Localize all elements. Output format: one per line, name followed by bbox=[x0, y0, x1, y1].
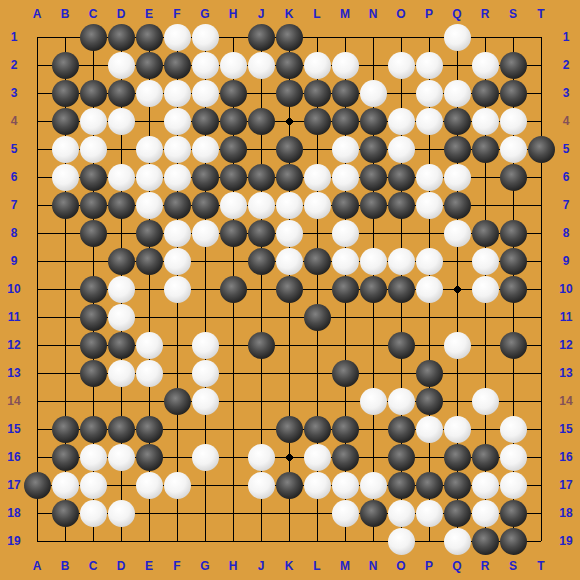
stone-white bbox=[52, 136, 79, 163]
row-label-right: 18 bbox=[559, 506, 572, 520]
row-label-right: 7 bbox=[563, 198, 570, 212]
stone-white bbox=[164, 108, 191, 135]
stone-white bbox=[108, 500, 135, 527]
row-label-right: 2 bbox=[563, 58, 570, 72]
col-label-top: L bbox=[313, 7, 320, 21]
stone-white bbox=[192, 52, 219, 79]
stone-black bbox=[108, 80, 135, 107]
stone-black bbox=[472, 528, 499, 555]
stone-black bbox=[388, 164, 415, 191]
stone-black bbox=[80, 24, 107, 51]
stone-white bbox=[500, 444, 527, 471]
stone-black bbox=[332, 360, 359, 387]
stone-white bbox=[136, 80, 163, 107]
stone-black bbox=[388, 332, 415, 359]
stone-white bbox=[248, 472, 275, 499]
stone-white bbox=[136, 360, 163, 387]
stone-white bbox=[220, 192, 247, 219]
stone-black bbox=[304, 416, 331, 443]
stone-white bbox=[108, 52, 135, 79]
row-label-right: 1 bbox=[563, 30, 570, 44]
stone-black bbox=[136, 248, 163, 275]
stone-white bbox=[108, 304, 135, 331]
stone-white bbox=[192, 332, 219, 359]
stone-black bbox=[444, 472, 471, 499]
stone-white bbox=[500, 472, 527, 499]
stone-black bbox=[416, 360, 443, 387]
row-label-right: 12 bbox=[559, 338, 572, 352]
stone-white bbox=[276, 248, 303, 275]
stone-white bbox=[444, 220, 471, 247]
col-label-top: G bbox=[200, 7, 209, 21]
stone-black bbox=[472, 444, 499, 471]
stone-black bbox=[52, 500, 79, 527]
stone-white bbox=[388, 500, 415, 527]
stone-white bbox=[192, 444, 219, 471]
stone-white bbox=[416, 164, 443, 191]
stone-black bbox=[444, 192, 471, 219]
stone-black bbox=[248, 164, 275, 191]
col-label-bottom: L bbox=[313, 559, 320, 573]
col-label-top: Q bbox=[452, 7, 461, 21]
row-label-left: 12 bbox=[7, 338, 20, 352]
col-label-top: O bbox=[396, 7, 405, 21]
col-label-bottom: G bbox=[200, 559, 209, 573]
stone-white bbox=[332, 52, 359, 79]
stone-black bbox=[304, 108, 331, 135]
stone-white bbox=[164, 164, 191, 191]
col-label-top: H bbox=[229, 7, 238, 21]
stone-black bbox=[500, 332, 527, 359]
stone-white bbox=[80, 472, 107, 499]
stone-black bbox=[500, 220, 527, 247]
stone-black bbox=[276, 24, 303, 51]
stone-black bbox=[332, 416, 359, 443]
row-label-left: 13 bbox=[7, 366, 20, 380]
stone-black bbox=[472, 80, 499, 107]
stone-white bbox=[472, 472, 499, 499]
row-label-left: 8 bbox=[11, 226, 18, 240]
stone-black bbox=[304, 248, 331, 275]
stone-black bbox=[500, 164, 527, 191]
row-label-right: 19 bbox=[559, 534, 572, 548]
stone-black bbox=[220, 220, 247, 247]
stone-black bbox=[136, 52, 163, 79]
stone-white bbox=[360, 80, 387, 107]
row-label-right: 4 bbox=[563, 114, 570, 128]
stone-black bbox=[500, 52, 527, 79]
stone-black bbox=[248, 108, 275, 135]
stone-white bbox=[332, 248, 359, 275]
row-label-right: 8 bbox=[563, 226, 570, 240]
stone-black bbox=[52, 416, 79, 443]
stone-white bbox=[136, 192, 163, 219]
stone-black bbox=[304, 304, 331, 331]
stone-black bbox=[80, 220, 107, 247]
col-label-top: D bbox=[117, 7, 126, 21]
row-label-left: 16 bbox=[7, 450, 20, 464]
stone-black bbox=[136, 220, 163, 247]
stone-black bbox=[500, 276, 527, 303]
row-label-left: 10 bbox=[7, 282, 20, 296]
col-label-bottom: T bbox=[537, 559, 544, 573]
stone-black bbox=[332, 444, 359, 471]
stone-black bbox=[108, 24, 135, 51]
stone-white bbox=[472, 108, 499, 135]
row-label-right: 9 bbox=[563, 254, 570, 268]
stone-white bbox=[332, 472, 359, 499]
stone-white bbox=[80, 136, 107, 163]
col-label-bottom: R bbox=[481, 559, 490, 573]
stone-white bbox=[164, 136, 191, 163]
stone-black bbox=[248, 332, 275, 359]
stone-white bbox=[304, 164, 331, 191]
col-label-bottom: H bbox=[229, 559, 238, 573]
stone-black bbox=[332, 80, 359, 107]
row-label-right: 15 bbox=[559, 422, 572, 436]
stone-white bbox=[192, 136, 219, 163]
stone-black bbox=[388, 444, 415, 471]
col-label-bottom: J bbox=[258, 559, 265, 573]
row-label-left: 17 bbox=[7, 478, 20, 492]
stone-black bbox=[276, 136, 303, 163]
stone-black bbox=[164, 52, 191, 79]
stone-black bbox=[52, 108, 79, 135]
stone-black bbox=[360, 164, 387, 191]
stone-black bbox=[80, 164, 107, 191]
row-label-left: 18 bbox=[7, 506, 20, 520]
row-label-left: 7 bbox=[11, 198, 18, 212]
stone-white bbox=[80, 500, 107, 527]
col-label-bottom: N bbox=[369, 559, 378, 573]
stone-white bbox=[248, 444, 275, 471]
stone-white bbox=[80, 444, 107, 471]
stone-white bbox=[472, 500, 499, 527]
stone-black bbox=[164, 192, 191, 219]
stone-white bbox=[332, 164, 359, 191]
stone-black bbox=[416, 388, 443, 415]
col-label-top: F bbox=[173, 7, 180, 21]
col-label-bottom: D bbox=[117, 559, 126, 573]
stone-black bbox=[500, 500, 527, 527]
col-label-top: C bbox=[89, 7, 98, 21]
stone-black bbox=[472, 136, 499, 163]
stone-black bbox=[276, 416, 303, 443]
col-label-top: R bbox=[481, 7, 490, 21]
stone-white bbox=[444, 416, 471, 443]
stone-black bbox=[444, 108, 471, 135]
stone-black bbox=[80, 192, 107, 219]
star-point bbox=[454, 286, 460, 292]
stone-black bbox=[388, 416, 415, 443]
row-label-right: 10 bbox=[559, 282, 572, 296]
stone-white bbox=[472, 248, 499, 275]
stone-white bbox=[472, 52, 499, 79]
stone-black bbox=[500, 528, 527, 555]
col-label-bottom: C bbox=[89, 559, 98, 573]
col-label-top: N bbox=[369, 7, 378, 21]
stone-black bbox=[500, 248, 527, 275]
stone-black bbox=[248, 24, 275, 51]
stone-black bbox=[276, 164, 303, 191]
stone-white bbox=[136, 164, 163, 191]
col-label-bottom: B bbox=[61, 559, 70, 573]
star-point bbox=[286, 118, 292, 124]
stone-white bbox=[416, 192, 443, 219]
col-label-top: J bbox=[258, 7, 265, 21]
stone-white bbox=[444, 80, 471, 107]
stone-black bbox=[416, 472, 443, 499]
stone-black bbox=[444, 500, 471, 527]
stone-white bbox=[136, 332, 163, 359]
stone-white bbox=[388, 248, 415, 275]
row-label-left: 5 bbox=[11, 142, 18, 156]
stone-black bbox=[108, 192, 135, 219]
stone-white bbox=[192, 220, 219, 247]
stone-black bbox=[220, 108, 247, 135]
row-label-left: 14 bbox=[7, 394, 20, 408]
col-label-bottom: E bbox=[145, 559, 153, 573]
stone-black bbox=[304, 80, 331, 107]
row-label-left: 6 bbox=[11, 170, 18, 184]
stone-white bbox=[248, 192, 275, 219]
stone-white bbox=[248, 52, 275, 79]
stone-black bbox=[220, 80, 247, 107]
stone-black bbox=[192, 108, 219, 135]
stone-white bbox=[164, 24, 191, 51]
stone-black bbox=[80, 80, 107, 107]
stone-black bbox=[360, 500, 387, 527]
stone-black bbox=[80, 332, 107, 359]
row-label-left: 11 bbox=[8, 310, 21, 324]
stone-white bbox=[360, 388, 387, 415]
stone-black bbox=[332, 108, 359, 135]
row-label-right: 13 bbox=[559, 366, 572, 380]
stone-black bbox=[276, 52, 303, 79]
col-label-bottom: S bbox=[509, 559, 517, 573]
col-label-top: A bbox=[33, 7, 42, 21]
stone-white bbox=[416, 416, 443, 443]
stone-white bbox=[164, 248, 191, 275]
col-label-bottom: O bbox=[396, 559, 405, 573]
stone-white bbox=[332, 136, 359, 163]
col-label-top: B bbox=[61, 7, 70, 21]
stone-white bbox=[500, 108, 527, 135]
stone-white bbox=[472, 388, 499, 415]
stone-black bbox=[108, 248, 135, 275]
stone-black bbox=[52, 444, 79, 471]
stone-white bbox=[444, 164, 471, 191]
stone-black bbox=[332, 192, 359, 219]
stone-black bbox=[360, 136, 387, 163]
stone-white bbox=[304, 52, 331, 79]
star-point bbox=[286, 454, 292, 460]
stone-white bbox=[108, 360, 135, 387]
stone-black bbox=[472, 220, 499, 247]
stone-black bbox=[500, 80, 527, 107]
stone-black bbox=[108, 416, 135, 443]
stone-black bbox=[276, 472, 303, 499]
stone-white bbox=[108, 108, 135, 135]
stone-black bbox=[164, 388, 191, 415]
stone-black bbox=[52, 192, 79, 219]
stone-white bbox=[444, 332, 471, 359]
stone-white bbox=[444, 24, 471, 51]
col-label-top: S bbox=[509, 7, 517, 21]
row-label-right: 11 bbox=[560, 310, 573, 324]
stone-white bbox=[192, 80, 219, 107]
stone-white bbox=[444, 528, 471, 555]
stone-white bbox=[192, 360, 219, 387]
row-label-left: 3 bbox=[11, 86, 18, 100]
stone-white bbox=[332, 220, 359, 247]
stone-white bbox=[136, 136, 163, 163]
stone-black bbox=[192, 164, 219, 191]
stone-white bbox=[388, 528, 415, 555]
stone-black bbox=[80, 276, 107, 303]
stone-white bbox=[416, 108, 443, 135]
stone-black bbox=[388, 192, 415, 219]
col-label-top: E bbox=[145, 7, 153, 21]
stone-white bbox=[136, 472, 163, 499]
col-label-top: P bbox=[425, 7, 433, 21]
stone-black bbox=[220, 276, 247, 303]
stone-white bbox=[304, 444, 331, 471]
stone-white bbox=[108, 444, 135, 471]
col-label-top: T bbox=[537, 7, 544, 21]
row-label-left: 9 bbox=[11, 254, 18, 268]
stone-white bbox=[52, 472, 79, 499]
stone-white bbox=[388, 388, 415, 415]
stone-white bbox=[500, 416, 527, 443]
stone-black bbox=[80, 360, 107, 387]
go-board[interactable]: AABBCCDDEEFFGGHHJJKKLLMMNNOOPPQQRRSSTT11… bbox=[0, 0, 580, 580]
stone-white bbox=[416, 276, 443, 303]
stone-white bbox=[80, 108, 107, 135]
stone-black bbox=[332, 276, 359, 303]
row-label-right: 17 bbox=[559, 478, 572, 492]
row-label-right: 16 bbox=[559, 450, 572, 464]
stone-black bbox=[52, 80, 79, 107]
stone-white bbox=[416, 80, 443, 107]
col-label-top: K bbox=[285, 7, 294, 21]
stone-white bbox=[304, 472, 331, 499]
stone-black bbox=[248, 220, 275, 247]
col-label-bottom: P bbox=[425, 559, 433, 573]
stone-black bbox=[192, 192, 219, 219]
stone-black bbox=[528, 136, 555, 163]
stone-black bbox=[80, 416, 107, 443]
stone-black bbox=[136, 24, 163, 51]
stone-white bbox=[416, 52, 443, 79]
stone-white bbox=[164, 80, 191, 107]
stone-white bbox=[360, 472, 387, 499]
col-label-bottom: K bbox=[285, 559, 294, 573]
stone-black bbox=[388, 472, 415, 499]
stone-black bbox=[388, 276, 415, 303]
stone-white bbox=[416, 500, 443, 527]
row-label-left: 1 bbox=[11, 30, 18, 44]
stone-black bbox=[52, 52, 79, 79]
stone-white bbox=[332, 500, 359, 527]
stone-black bbox=[360, 276, 387, 303]
stone-white bbox=[388, 108, 415, 135]
stone-white bbox=[220, 52, 247, 79]
col-label-bottom: M bbox=[340, 559, 350, 573]
col-label-bottom: A bbox=[33, 559, 42, 573]
row-label-left: 15 bbox=[7, 422, 20, 436]
stone-black bbox=[136, 444, 163, 471]
stone-black bbox=[276, 80, 303, 107]
stone-white bbox=[52, 164, 79, 191]
row-label-right: 6 bbox=[563, 170, 570, 184]
col-label-bottom: F bbox=[173, 559, 180, 573]
stone-black bbox=[360, 108, 387, 135]
stone-black bbox=[24, 472, 51, 499]
stone-white bbox=[164, 220, 191, 247]
stone-white bbox=[164, 472, 191, 499]
row-label-right: 14 bbox=[559, 394, 572, 408]
stone-white bbox=[164, 276, 191, 303]
stone-white bbox=[192, 24, 219, 51]
stone-black bbox=[444, 136, 471, 163]
row-label-left: 19 bbox=[7, 534, 20, 548]
stone-white bbox=[276, 192, 303, 219]
stone-black bbox=[136, 416, 163, 443]
stone-white bbox=[360, 248, 387, 275]
stone-white bbox=[108, 276, 135, 303]
stone-white bbox=[500, 136, 527, 163]
stone-black bbox=[108, 332, 135, 359]
stone-black bbox=[360, 192, 387, 219]
stone-white bbox=[416, 248, 443, 275]
row-label-right: 3 bbox=[563, 86, 570, 100]
stone-white bbox=[472, 276, 499, 303]
row-label-left: 2 bbox=[11, 58, 18, 72]
row-label-right: 5 bbox=[563, 142, 570, 156]
stone-black bbox=[80, 304, 107, 331]
stone-white bbox=[108, 164, 135, 191]
stone-black bbox=[220, 136, 247, 163]
stone-white bbox=[388, 136, 415, 163]
col-label-bottom: Q bbox=[452, 559, 461, 573]
stone-black bbox=[248, 248, 275, 275]
stone-white bbox=[304, 192, 331, 219]
col-label-top: M bbox=[340, 7, 350, 21]
stone-white bbox=[276, 220, 303, 247]
row-label-left: 4 bbox=[11, 114, 18, 128]
stone-black bbox=[444, 444, 471, 471]
stone-white bbox=[388, 52, 415, 79]
stone-white bbox=[192, 388, 219, 415]
stone-black bbox=[220, 164, 247, 191]
stone-black bbox=[276, 276, 303, 303]
